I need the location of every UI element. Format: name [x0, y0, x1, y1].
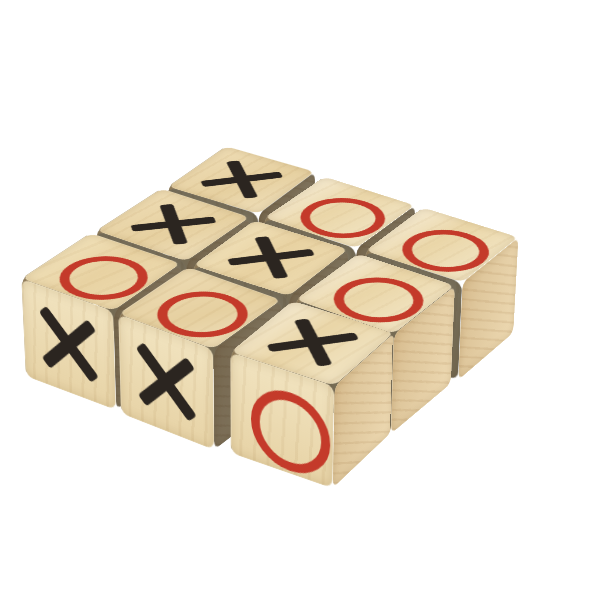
- product-photo: [0, 0, 600, 600]
